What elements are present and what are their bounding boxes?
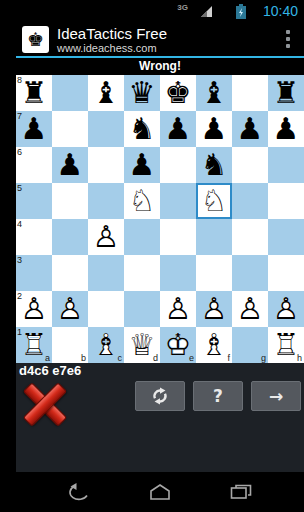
square-e3[interactable] — [160, 255, 196, 291]
square-a5[interactable]: 5 — [16, 183, 52, 219]
square-d3[interactable] — [124, 255, 160, 291]
white-piece-P: ♙ — [52, 291, 88, 327]
next-button[interactable]: → — [251, 381, 301, 411]
square-c4[interactable]: ♟♙ — [88, 219, 124, 255]
square-g5[interactable] — [232, 183, 268, 219]
black-piece-p: ♟ — [52, 147, 88, 183]
overflow-dot — [286, 30, 290, 34]
app-subtitle: www.ideachess.com — [57, 42, 278, 54]
square-h5[interactable] — [268, 183, 304, 219]
app-title: IdeaTactics Free — [57, 25, 278, 42]
black-piece-r: ♜ — [268, 75, 304, 111]
square-a2[interactable]: 2♟♙ — [16, 291, 52, 327]
square-d1[interactable]: d♛♕ — [124, 327, 160, 363]
black-piece-p: ♟ — [160, 111, 196, 147]
square-g4[interactable] — [232, 219, 268, 255]
square-g7[interactable]: ♟ — [232, 111, 268, 147]
square-b5[interactable] — [52, 183, 88, 219]
square-f3[interactable] — [196, 255, 232, 291]
app-screen: 3G 10:40 ♚ IdeaTactics Free www.ideaches… — [16, 0, 304, 512]
square-d7[interactable]: ♞ — [124, 111, 160, 147]
app-icon: ♚ — [22, 26, 49, 53]
file-label: h — [297, 353, 302, 363]
square-b6[interactable]: ♟ — [52, 147, 88, 183]
square-h8[interactable]: ♜ — [268, 75, 304, 111]
black-piece-p: ♟ — [232, 111, 268, 147]
square-e1[interactable]: e♚♔ — [160, 327, 196, 363]
square-c3[interactable] — [88, 255, 124, 291]
black-piece-n: ♞ — [124, 111, 160, 147]
rank-label: 8 — [17, 75, 22, 85]
square-b2[interactable]: ♟♙ — [52, 291, 88, 327]
back-icon[interactable] — [64, 480, 94, 504]
status-clock: 10:40 — [263, 3, 298, 19]
action-bar-titles: IdeaTactics Free www.ideachess.com — [57, 25, 278, 54]
controls-row: ? → — [16, 379, 304, 472]
square-e5[interactable] — [160, 183, 196, 219]
square-h6[interactable] — [268, 147, 304, 183]
black-piece-q: ♛ — [124, 75, 160, 111]
action-bar: ♚ IdeaTactics Free www.ideachess.com — [16, 22, 304, 56]
file-label: b — [81, 353, 86, 363]
rank-label: 4 — [17, 219, 22, 229]
square-c8[interactable]: ♝ — [88, 75, 124, 111]
white-piece-P: ♙ — [88, 219, 124, 255]
square-d8[interactable]: ♛ — [124, 75, 160, 111]
square-d2[interactable] — [124, 291, 160, 327]
button-group: ? → — [135, 381, 301, 411]
square-c5[interactable] — [88, 183, 124, 219]
square-f1[interactable]: f♝♗ — [196, 327, 232, 363]
square-g1[interactable]: g — [232, 327, 268, 363]
square-e6[interactable] — [160, 147, 196, 183]
square-a1[interactable]: 1a♜♖ — [16, 327, 52, 363]
square-f8[interactable]: ♝ — [196, 75, 232, 111]
square-e8[interactable]: ♚ — [160, 75, 196, 111]
white-piece-P: ♙ — [160, 291, 196, 327]
overflow-dot — [286, 37, 290, 41]
file-label: f — [227, 353, 230, 363]
square-a7[interactable]: 7♟ — [16, 111, 52, 147]
white-piece-N: ♘ — [124, 183, 160, 219]
square-g8[interactable] — [232, 75, 268, 111]
rank-label: 3 — [17, 255, 22, 265]
black-piece-b: ♝ — [88, 75, 124, 111]
square-e2[interactable]: ♟♙ — [160, 291, 196, 327]
overflow-menu-icon[interactable] — [278, 24, 298, 54]
white-piece-P: ♙ — [232, 291, 268, 327]
square-b4[interactable] — [52, 219, 88, 255]
rank-label: 5 — [17, 183, 22, 193]
chess-board[interactable]: 8♜♝♛♚♝♜7♟♞♟♟♟♟6♟♟♞5♞♘♞♘4♟♙32♟♙♟♙♟♙♟♙♟♙♟♙… — [16, 75, 304, 363]
square-c2[interactable] — [88, 291, 124, 327]
black-piece-p: ♟ — [124, 147, 160, 183]
retry-button[interactable] — [135, 381, 185, 411]
wrong-x-icon — [21, 381, 69, 427]
recents-icon[interactable] — [226, 480, 256, 504]
black-piece-b: ♝ — [196, 75, 232, 111]
square-g3[interactable] — [232, 255, 268, 291]
square-f6[interactable]: ♞ — [196, 147, 232, 183]
square-f2[interactable]: ♟♙ — [196, 291, 232, 327]
square-h4[interactable] — [268, 219, 304, 255]
square-g6[interactable] — [232, 147, 268, 183]
square-h3[interactable] — [268, 255, 304, 291]
square-b3[interactable] — [52, 255, 88, 291]
file-label: c — [118, 353, 123, 363]
black-piece-p: ♟ — [268, 111, 304, 147]
square-h7[interactable]: ♟ — [268, 111, 304, 147]
file-label: d — [153, 353, 158, 363]
signal-strength-icon — [192, 0, 222, 23]
file-label: e — [189, 353, 194, 363]
square-e4[interactable] — [160, 219, 196, 255]
rank-label: 6 — [17, 147, 22, 157]
white-piece-N: ♘ — [196, 183, 232, 219]
battery-charging-icon — [226, 0, 256, 23]
network-type-label: 3G — [177, 3, 188, 12]
square-a6[interactable]: 6 — [16, 147, 52, 183]
refresh-icon — [145, 384, 175, 408]
square-g2[interactable]: ♟♙ — [232, 291, 268, 327]
file-label: g — [261, 353, 266, 363]
black-piece-p: ♟ — [196, 111, 232, 147]
file-label: a — [45, 353, 50, 363]
rank-label: 7 — [17, 111, 22, 121]
square-a3[interactable]: 3 — [16, 255, 52, 291]
square-h2[interactable]: ♟♙ — [268, 291, 304, 327]
result-banner: Wrong! — [16, 58, 304, 75]
square-h1[interactable]: h♜♖ — [268, 327, 304, 363]
move-line: d4c6 e7e6 — [16, 363, 304, 379]
square-a4[interactable]: 4 — [16, 219, 52, 255]
android-nav-bar — [16, 472, 304, 512]
black-piece-k: ♚ — [160, 75, 196, 111]
square-d6[interactable]: ♟ — [124, 147, 160, 183]
square-b1[interactable]: b — [52, 327, 88, 363]
square-a8[interactable]: 8♜ — [16, 75, 52, 111]
square-b8[interactable] — [52, 75, 88, 111]
overflow-dot — [286, 44, 290, 48]
square-c7[interactable] — [88, 111, 124, 147]
square-d5[interactable]: ♞♘ — [124, 183, 160, 219]
square-f7[interactable]: ♟ — [196, 111, 232, 147]
square-f4[interactable] — [196, 219, 232, 255]
rank-label: 2 — [17, 291, 22, 301]
rank-label: 1 — [17, 327, 22, 337]
square-e7[interactable]: ♟ — [160, 111, 196, 147]
square-c1[interactable]: c♝♗ — [88, 327, 124, 363]
square-b7[interactable] — [52, 111, 88, 147]
square-d4[interactable] — [124, 219, 160, 255]
white-piece-P: ♙ — [268, 291, 304, 327]
square-f5[interactable]: ♞♘ — [196, 183, 232, 219]
home-icon[interactable] — [145, 480, 175, 504]
black-piece-n: ♞ — [196, 147, 232, 183]
square-c6[interactable] — [88, 147, 124, 183]
white-piece-P: ♙ — [196, 291, 232, 327]
hint-button[interactable]: ? — [193, 381, 243, 411]
status-bar: 3G 10:40 — [16, 0, 304, 22]
